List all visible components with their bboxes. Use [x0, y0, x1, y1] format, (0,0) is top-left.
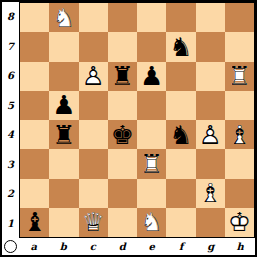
- piece-outline-white-queen: ♕: [79, 208, 108, 237]
- piece-white-bishop: ♝: [225, 120, 254, 149]
- square-b4[interactable]: ♜: [49, 120, 78, 149]
- side-to-move-corner: [2, 238, 19, 255]
- square-d8[interactable]: [108, 3, 137, 32]
- file-label-b: b: [49, 238, 79, 255]
- square-f8[interactable]: [166, 3, 195, 32]
- rank-label-1: 1: [2, 209, 19, 239]
- piece-outline-white-rook: ♖: [225, 62, 254, 91]
- square-b6[interactable]: [49, 62, 78, 91]
- rank-label-3: 3: [2, 150, 19, 180]
- square-a2[interactable]: [20, 179, 49, 208]
- square-b7[interactable]: [49, 32, 78, 61]
- piece-outline-white-king: ♔: [225, 208, 254, 237]
- square-f4[interactable]: ♞: [166, 120, 195, 149]
- piece-white-knight: ♞: [49, 3, 78, 32]
- square-f6[interactable]: [166, 62, 195, 91]
- piece-white-pawn: ♟: [79, 62, 108, 91]
- piece-outline-white-bishop: ♗: [196, 179, 225, 208]
- square-e2[interactable]: [137, 179, 166, 208]
- square-b3[interactable]: [49, 149, 78, 178]
- square-e6[interactable]: ♟: [137, 62, 166, 91]
- square-c1[interactable]: ♛♕: [79, 208, 108, 237]
- square-a6[interactable]: [20, 62, 49, 91]
- square-a1[interactable]: ♝: [20, 208, 49, 237]
- square-e1[interactable]: ♞♘: [137, 208, 166, 237]
- piece-black-king: ♚: [108, 120, 137, 149]
- square-g6[interactable]: [196, 62, 225, 91]
- piece-white-king: ♚: [225, 208, 254, 237]
- square-f1[interactable]: [166, 208, 195, 237]
- square-c4[interactable]: [79, 120, 108, 149]
- file-labels: a b c d e f g h: [19, 238, 255, 255]
- square-d4[interactable]: ♚: [108, 120, 137, 149]
- square-h6[interactable]: ♜♖: [225, 62, 254, 91]
- square-g4[interactable]: ♟♙: [196, 120, 225, 149]
- square-c8[interactable]: [79, 3, 108, 32]
- square-e8[interactable]: [137, 3, 166, 32]
- square-g2[interactable]: ♝♗: [196, 179, 225, 208]
- piece-outline-white-knight: ♘: [137, 208, 166, 237]
- piece-white-queen: ♛: [79, 208, 108, 237]
- square-e5[interactable]: [137, 91, 166, 120]
- square-c2[interactable]: [79, 179, 108, 208]
- square-f5[interactable]: [166, 91, 195, 120]
- square-b2[interactable]: [49, 179, 78, 208]
- square-h4[interactable]: ♝♗: [225, 120, 254, 149]
- square-a4[interactable]: [20, 120, 49, 149]
- rank-label-2: 2: [2, 179, 19, 209]
- square-c3[interactable]: [79, 149, 108, 178]
- piece-outline-white-pawn: ♙: [196, 120, 225, 149]
- board-frame: 8 7 6 5 4 3 2 1 ♞♘♞♟♙♜♟♜♖♟♜♚♞♟♙♝♗♜♖♝♗♝♛♕…: [0, 0, 257, 257]
- square-f7[interactable]: ♞: [166, 32, 195, 61]
- square-d1[interactable]: [108, 208, 137, 237]
- file-label-e: e: [137, 238, 167, 255]
- square-h2[interactable]: [225, 179, 254, 208]
- square-e7[interactable]: [137, 32, 166, 61]
- file-label-h: h: [226, 238, 256, 255]
- piece-black-rook: ♜: [108, 62, 137, 91]
- file-label-g: g: [196, 238, 226, 255]
- square-g1[interactable]: [196, 208, 225, 237]
- square-g3[interactable]: [196, 149, 225, 178]
- square-g5[interactable]: [196, 91, 225, 120]
- rank-label-8: 8: [2, 2, 19, 32]
- square-d5[interactable]: [108, 91, 137, 120]
- piece-outline-white-knight: ♘: [49, 3, 78, 32]
- square-d3[interactable]: [108, 149, 137, 178]
- piece-outline-white-rook: ♖: [137, 149, 166, 178]
- rank-label-4: 4: [2, 120, 19, 150]
- square-d7[interactable]: [108, 32, 137, 61]
- piece-outline-white-bishop: ♗: [225, 120, 254, 149]
- rank-label-5: 5: [2, 91, 19, 121]
- square-d2[interactable]: [108, 179, 137, 208]
- piece-black-pawn: ♟: [137, 62, 166, 91]
- piece-white-rook: ♜: [137, 149, 166, 178]
- rank-label-7: 7: [2, 32, 19, 62]
- square-a3[interactable]: [20, 149, 49, 178]
- piece-black-pawn: ♟: [49, 91, 78, 120]
- square-a7[interactable]: [20, 32, 49, 61]
- piece-black-bishop: ♝: [20, 208, 49, 237]
- square-b5[interactable]: ♟: [49, 91, 78, 120]
- square-e4[interactable]: [137, 120, 166, 149]
- square-c5[interactable]: [79, 91, 108, 120]
- square-a8[interactable]: [20, 3, 49, 32]
- square-c6[interactable]: ♟♙: [79, 62, 108, 91]
- piece-black-rook: ♜: [49, 120, 78, 149]
- white-to-move-indicator: [4, 240, 17, 253]
- chess-board: ♞♘♞♟♙♜♟♜♖♟♜♚♞♟♙♝♗♜♖♝♗♝♛♕♞♘♚♔: [19, 2, 255, 238]
- square-b1[interactable]: [49, 208, 78, 237]
- square-f3[interactable]: [166, 149, 195, 178]
- piece-black-knight: ♞: [166, 32, 195, 61]
- square-f2[interactable]: [166, 179, 195, 208]
- square-a5[interactable]: [20, 91, 49, 120]
- piece-black-knight: ♞: [166, 120, 195, 149]
- square-h1[interactable]: ♚♔: [225, 208, 254, 237]
- square-h8[interactable]: [225, 3, 254, 32]
- piece-white-rook: ♜: [225, 62, 254, 91]
- piece-white-knight: ♞: [137, 208, 166, 237]
- square-h7[interactable]: [225, 32, 254, 61]
- file-label-c: c: [78, 238, 108, 255]
- square-g8[interactable]: [196, 3, 225, 32]
- rank-label-6: 6: [2, 61, 19, 91]
- piece-outline-white-pawn: ♙: [79, 62, 108, 91]
- piece-white-pawn: ♟: [196, 120, 225, 149]
- piece-white-bishop: ♝: [196, 179, 225, 208]
- square-h3[interactable]: [225, 149, 254, 178]
- file-label-d: d: [108, 238, 138, 255]
- square-b8[interactable]: ♞♘: [49, 3, 78, 32]
- square-d6[interactable]: ♜: [108, 62, 137, 91]
- square-h5[interactable]: [225, 91, 254, 120]
- rank-labels: 8 7 6 5 4 3 2 1: [2, 2, 19, 238]
- file-label-a: a: [19, 238, 49, 255]
- square-c7[interactable]: [79, 32, 108, 61]
- file-label-f: f: [167, 238, 197, 255]
- square-g7[interactable]: [196, 32, 225, 61]
- square-e3[interactable]: ♜♖: [137, 149, 166, 178]
